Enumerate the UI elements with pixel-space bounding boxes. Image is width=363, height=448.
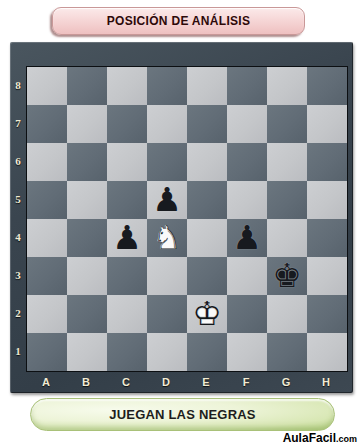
square-b1[interactable] <box>67 333 107 371</box>
analysis-diagram: POSICIÓN DE ANÁLISIS 87654321 ♟♟♞♘♟♚♚♔ A… <box>0 0 363 448</box>
piece-outline-glyph: ♘ <box>147 219 187 257</box>
black-king-g3[interactable]: ♚ <box>267 257 307 295</box>
rank-label-8: 8 <box>10 66 26 104</box>
piece-outline-glyph: ♔ <box>187 295 227 333</box>
square-g1[interactable] <box>267 333 307 371</box>
square-c4[interactable]: ♟ <box>107 219 147 257</box>
square-f2[interactable] <box>227 295 267 333</box>
piece-glyph: ♟ <box>227 219 267 257</box>
file-label-d: D <box>146 371 186 393</box>
piece-glyph: ♟ <box>147 181 187 219</box>
square-b3[interactable] <box>67 257 107 295</box>
square-g7[interactable] <box>267 105 307 143</box>
rank-label-6: 6 <box>10 142 26 180</box>
white-king-e2[interactable]: ♚♔ <box>187 295 227 333</box>
file-label-h: H <box>306 371 346 393</box>
square-h2[interactable] <box>307 295 347 333</box>
square-e5[interactable] <box>187 181 227 219</box>
square-b5[interactable] <box>67 181 107 219</box>
square-d3[interactable] <box>147 257 187 295</box>
square-g8[interactable] <box>267 67 307 105</box>
brand-suffix: .com <box>336 434 357 444</box>
square-c6[interactable] <box>107 143 147 181</box>
title-banner: POSICIÓN DE ANÁLISIS <box>52 7 305 35</box>
square-e7[interactable] <box>187 105 227 143</box>
square-c8[interactable] <box>107 67 147 105</box>
piece-glyph: ♚ <box>267 257 307 295</box>
square-f6[interactable] <box>227 143 267 181</box>
square-a1[interactable] <box>27 333 67 371</box>
square-c5[interactable] <box>107 181 147 219</box>
rank-labels: 87654321 <box>10 66 26 370</box>
square-f5[interactable] <box>227 181 267 219</box>
square-d1[interactable] <box>147 333 187 371</box>
square-c3[interactable] <box>107 257 147 295</box>
square-g3[interactable]: ♚ <box>267 257 307 295</box>
rank-label-2: 2 <box>10 294 26 332</box>
rank-label-1: 1 <box>10 332 26 370</box>
square-d8[interactable] <box>147 67 187 105</box>
file-label-b: B <box>66 371 106 393</box>
square-e3[interactable] <box>187 257 227 295</box>
square-b6[interactable] <box>67 143 107 181</box>
square-a5[interactable] <box>27 181 67 219</box>
square-h7[interactable] <box>307 105 347 143</box>
chess-board: ♟♟♞♘♟♚♚♔ <box>26 66 348 372</box>
piece-glyph: ♟ <box>107 219 147 257</box>
file-labels: ABCDEFGH <box>26 371 346 393</box>
square-h4[interactable] <box>307 219 347 257</box>
file-label-f: F <box>226 371 266 393</box>
square-h1[interactable] <box>307 333 347 371</box>
black-pawn-c4[interactable]: ♟ <box>107 219 147 257</box>
square-f3[interactable] <box>227 257 267 295</box>
square-d6[interactable] <box>147 143 187 181</box>
file-label-a: A <box>26 371 66 393</box>
square-a4[interactable] <box>27 219 67 257</box>
square-g2[interactable] <box>267 295 307 333</box>
square-e8[interactable] <box>187 67 227 105</box>
black-pawn-f4[interactable]: ♟ <box>227 219 267 257</box>
turn-indicator: JUEGAN LAS NEGRAS <box>109 407 255 422</box>
square-f7[interactable] <box>227 105 267 143</box>
square-c2[interactable] <box>107 295 147 333</box>
brand-name: AulaFacil <box>283 431 336 445</box>
brand-wordmark: AulaFacil .com <box>283 431 357 446</box>
square-a8[interactable] <box>27 67 67 105</box>
square-b4[interactable] <box>67 219 107 257</box>
square-f1[interactable] <box>227 333 267 371</box>
square-h5[interactable] <box>307 181 347 219</box>
square-e6[interactable] <box>187 143 227 181</box>
square-g6[interactable] <box>267 143 307 181</box>
square-h8[interactable] <box>307 67 347 105</box>
square-d2[interactable] <box>147 295 187 333</box>
square-h3[interactable] <box>307 257 347 295</box>
square-a2[interactable] <box>27 295 67 333</box>
square-g4[interactable] <box>267 219 307 257</box>
square-f8[interactable] <box>227 67 267 105</box>
rank-label-3: 3 <box>10 256 26 294</box>
square-c7[interactable] <box>107 105 147 143</box>
black-pawn-d5[interactable]: ♟ <box>147 181 187 219</box>
square-b7[interactable] <box>67 105 107 143</box>
square-d7[interactable] <box>147 105 187 143</box>
rank-label-7: 7 <box>10 104 26 142</box>
square-h6[interactable] <box>307 143 347 181</box>
square-e2[interactable]: ♚♔ <box>187 295 227 333</box>
square-a3[interactable] <box>27 257 67 295</box>
file-label-c: C <box>106 371 146 393</box>
square-e4[interactable] <box>187 219 227 257</box>
file-label-e: E <box>186 371 226 393</box>
square-b2[interactable] <box>67 295 107 333</box>
square-c1[interactable] <box>107 333 147 371</box>
file-label-g: G <box>266 371 306 393</box>
square-d5[interactable]: ♟ <box>147 181 187 219</box>
page-title: POSICIÓN DE ANÁLISIS <box>107 14 251 28</box>
rank-label-5: 5 <box>10 180 26 218</box>
square-e1[interactable] <box>187 333 227 371</box>
turn-banner: JUEGAN LAS NEGRAS <box>30 398 335 431</box>
square-a7[interactable] <box>27 105 67 143</box>
square-b8[interactable] <box>67 67 107 105</box>
chess-board-frame: 87654321 ♟♟♞♘♟♚♚♔ ABCDEFGH <box>10 42 353 393</box>
white-knight-d4[interactable]: ♞♘ <box>147 219 187 257</box>
square-g5[interactable] <box>267 181 307 219</box>
rank-label-4: 4 <box>10 218 26 256</box>
square-f4[interactable]: ♟ <box>227 219 267 257</box>
square-d4[interactable]: ♞♘ <box>147 219 187 257</box>
square-a6[interactable] <box>27 143 67 181</box>
